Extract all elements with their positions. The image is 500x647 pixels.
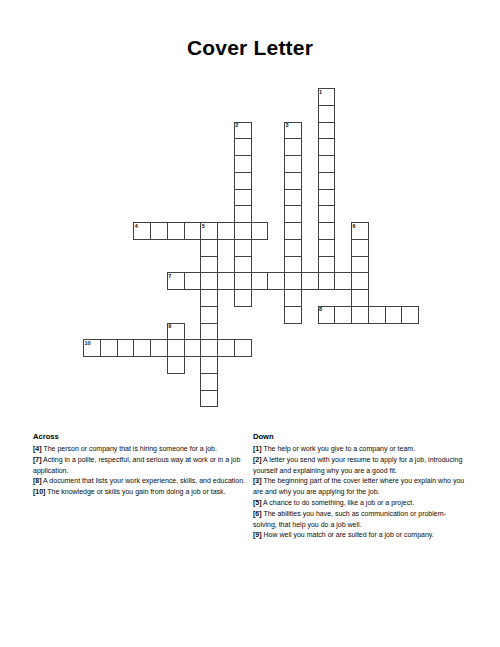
cell-number: 6 [353,224,356,230]
clue-number-label: [1] [253,445,262,452]
cell-number: 1 [319,90,322,96]
grid-cell[interactable] [401,306,419,324]
grid-cell[interactable] [200,306,218,324]
grid-cell[interactable] [334,306,352,324]
grid-cell[interactable] [217,222,235,240]
grid-cell[interactable] [184,272,202,290]
across-clues-section: Across [4] The person or company that is… [33,431,253,498]
grid-cell[interactable] [318,189,336,207]
grid-cell[interactable] [184,222,202,240]
clue: [6] The abilities you have, such as comm… [253,509,466,531]
grid-cell[interactable] [167,356,185,374]
down-clue-list: [1] The help or work you give to a compa… [253,444,466,541]
clue: [5] A chance to do something, like a job… [253,498,466,509]
grid-cell[interactable] [200,373,218,391]
grid-cell[interactable] [200,239,218,257]
grid-cell[interactable] [200,390,218,408]
grid-cell[interactable] [318,105,336,123]
grid-cell[interactable] [234,172,252,190]
cell-number: 5 [202,224,205,230]
page-title: Cover Letter [0,36,500,60]
grid-cell[interactable] [351,289,369,307]
grid-cell[interactable] [318,222,336,240]
grid-cell[interactable] [334,272,352,290]
grid-cell[interactable] [351,256,369,274]
cell-number: 8 [319,307,322,313]
grid-cell[interactable] [284,155,302,173]
grid-cell[interactable] [318,155,336,173]
clue-number-label: [5] [253,499,262,506]
grid-cell[interactable] [284,256,302,274]
grid-cell[interactable] [234,272,252,290]
grid-cell[interactable] [251,222,269,240]
crossword-grid: 12345678910 [83,88,420,408]
grid-cell[interactable] [234,239,252,257]
grid-cell[interactable] [200,356,218,374]
clue: [7] Acting in a polite, respectful, and … [33,455,253,477]
cell-number: 7 [168,274,171,280]
across-clue-list: [4] The person or company that is hiring… [33,444,253,498]
grid-cell[interactable] [200,323,218,341]
grid-cell[interactable] [284,306,302,324]
cell-number: 4 [135,224,138,230]
grid-cell[interactable] [318,172,336,190]
grid-cell[interactable] [318,138,336,156]
grid-cell[interactable] [100,339,118,357]
grid-cell[interactable] [234,339,252,357]
grid-cell[interactable] [117,339,135,357]
clue: [2] A letter you send with your resume t… [253,455,466,477]
clue: [8] A document that lists your work expe… [33,476,253,487]
clue: [1] The help or work you give to a compa… [253,444,466,455]
grid-cell[interactable] [234,138,252,156]
grid-cell[interactable] [234,289,252,307]
clue-number-label: [3] [253,477,262,484]
grid-cell[interactable] [184,339,202,357]
clue: [10] The knowledge or skills you gain fr… [33,487,253,498]
grid-cell[interactable] [368,306,386,324]
grid-cell[interactable] [133,339,151,357]
clue-number-label: [4] [33,445,42,452]
grid-cell[interactable] [234,155,252,173]
clue-number-label: [8] [33,477,42,484]
grid-cell[interactable] [217,272,235,290]
clue: [3] The beginning part of the cover lett… [253,476,466,498]
grid-cell[interactable] [234,205,252,223]
grid-cell[interactable] [284,138,302,156]
cell-number: 9 [168,324,171,330]
grid-cell[interactable] [200,289,218,307]
grid-cell[interactable] [318,205,336,223]
down-clues-section: Down [1] The help or work you give to a … [253,431,466,541]
clue-number-label: [2] [253,456,262,463]
grid-cell[interactable] [167,222,185,240]
grid-cell[interactable] [318,122,336,140]
across-header: Across [33,431,253,442]
clue-number-label: [9] [253,531,262,538]
grid-cell[interactable] [284,272,302,290]
grid-cell[interactable] [234,189,252,207]
grid-cell[interactable] [167,339,185,357]
grid-cell[interactable] [217,339,235,357]
grid-cell[interactable] [351,306,369,324]
crossword-page: Cover Letter 12345678910 Across [4] The … [0,0,500,647]
grid-cell[interactable] [284,205,302,223]
grid-cell[interactable] [284,189,302,207]
grid-cell[interactable] [351,272,369,290]
grid-cell[interactable] [385,306,403,324]
grid-cell[interactable] [251,272,269,290]
clue: [4] The person or company that is hiring… [33,444,253,455]
grid-cell[interactable] [150,339,168,357]
clue-number-label: [6] [253,510,262,517]
grid-cell[interactable] [284,222,302,240]
grid-cell[interactable] [284,172,302,190]
grid-cell[interactable] [284,289,302,307]
clue-number-label: [7] [33,456,42,463]
cell-number: 10 [85,341,91,347]
grid-cell[interactable] [351,239,369,257]
grid-cell[interactable] [234,222,252,240]
cell-number: 2 [235,123,238,129]
grid-cell[interactable] [301,272,319,290]
cell-number: 3 [286,123,289,129]
grid-cell[interactable] [318,272,336,290]
grid-cell[interactable] [318,256,336,274]
grid-cell[interactable] [200,256,218,274]
grid-cell[interactable] [318,239,336,257]
grid-cell[interactable] [267,272,285,290]
clue-number-label: [10] [33,488,45,495]
grid-cell[interactable] [200,272,218,290]
grid-cell[interactable] [284,239,302,257]
down-header: Down [253,431,466,442]
grid-cell[interactable] [150,222,168,240]
clue: [9] How well you match or are suited for… [253,530,466,541]
grid-cell[interactable] [234,256,252,274]
grid-cell[interactable] [200,339,218,357]
